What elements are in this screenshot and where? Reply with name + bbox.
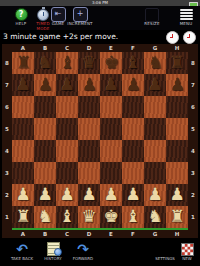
file-label-a: A	[12, 44, 34, 52]
square-a3[interactable]	[12, 162, 34, 184]
square-a8[interactable]: ♜	[12, 52, 34, 74]
square-h5[interactable]	[166, 118, 188, 140]
square-f6[interactable]	[122, 96, 144, 118]
forward-label: FORWARD	[68, 257, 98, 262]
rank-labels-left: 87654321	[2, 52, 12, 228]
file-label-e: E	[100, 44, 122, 52]
square-c7[interactable]: ♟	[56, 74, 78, 96]
file-label-b: B	[34, 44, 56, 52]
menu-label: MENU	[176, 22, 196, 27]
square-h6[interactable]	[166, 96, 188, 118]
file-label-d: D	[78, 230, 100, 238]
help-icon: ?	[15, 8, 28, 21]
square-a4[interactable]	[12, 140, 34, 162]
square-d6[interactable]	[78, 96, 100, 118]
message-row: 3 minute game +2s per move.	[0, 30, 200, 44]
square-c2[interactable]: ♟	[56, 184, 78, 206]
rank-label-1: 1	[188, 206, 198, 228]
square-g3[interactable]	[144, 162, 166, 184]
square-c1[interactable]: ♝	[56, 206, 78, 228]
white-queen-piece: ♛	[78, 206, 100, 228]
black-pawn-piece: ♟	[100, 74, 122, 96]
black-pawn-piece: ♟	[122, 74, 144, 96]
white-pawn-piece: ♟	[144, 184, 166, 206]
black-clock-icon	[183, 31, 196, 44]
white-pawn-piece: ♟	[122, 184, 144, 206]
square-b7[interactable]: ♟	[34, 74, 56, 96]
rank-label-6: 6	[2, 96, 12, 118]
rank-label-4: 4	[188, 140, 198, 162]
file-label-f: F	[122, 44, 144, 52]
square-e5[interactable]	[100, 118, 122, 140]
black-pawn-piece: ♟	[166, 74, 188, 96]
square-c8[interactable]: ♝	[56, 52, 78, 74]
rank-label-3: 3	[188, 162, 198, 184]
game-mode-text: 3 minute game +2s per move.	[3, 32, 118, 41]
square-d3[interactable]	[78, 162, 100, 184]
rank-label-1: 1	[2, 206, 12, 228]
square-f2[interactable]: ♟	[122, 184, 144, 206]
rank-label-5: 5	[2, 118, 12, 140]
forward-button[interactable]: ↷ FORWARD	[68, 242, 98, 262]
settings-label: SETTINGS	[150, 257, 180, 262]
square-d8[interactable]: ♛	[78, 52, 100, 74]
white-knight-piece: ♞	[34, 206, 56, 228]
black-queen-piece: ♛	[78, 52, 100, 74]
black-rook-piece: ♜	[12, 52, 34, 74]
square-e8[interactable]: ♚	[100, 52, 122, 74]
rank-label-6: 6	[188, 96, 198, 118]
take-back-button[interactable]: ↶ TAKE BACK	[6, 242, 38, 262]
black-bishop-piece: ♝	[56, 52, 78, 74]
file-labels-bottom: ABCDEFGH	[2, 230, 198, 238]
square-g7[interactable]: ♟	[144, 74, 166, 96]
white-rook-piece: ♜	[166, 206, 188, 228]
help-label: HELP	[10, 22, 32, 27]
increment-icon: +	[73, 7, 88, 22]
square-b3[interactable]	[34, 162, 56, 184]
square-h4[interactable]	[166, 140, 188, 162]
file-label-c: C	[56, 44, 78, 52]
file-label-e: E	[100, 230, 122, 238]
white-pawn-piece: ♟	[12, 184, 34, 206]
rank-label-7: 7	[2, 74, 12, 96]
history-icon	[47, 242, 60, 256]
white-pawn-piece: ♟	[100, 184, 122, 206]
square-a1[interactable]: ♜	[12, 206, 34, 228]
new-label: NEW	[178, 257, 196, 262]
square-h8[interactable]: ♜	[166, 52, 188, 74]
status-time: 3:06 PM	[92, 0, 108, 5]
white-bishop-piece: ♝	[56, 206, 78, 228]
square-g5[interactable]	[144, 118, 166, 140]
board-grid: ♜♞♝♛♚♝♞♜♟♟♟♟♟♟♟♟♟♟♟♟♟♟♟♟♜♞♝♛♚♝♞♜	[12, 52, 188, 228]
menu-icon	[180, 9, 193, 20]
square-a5[interactable]	[12, 118, 34, 140]
square-h1[interactable]: ♜	[166, 206, 188, 228]
history-button[interactable]: HISTORY	[40, 242, 66, 262]
new-game-button[interactable]: NEW	[178, 242, 196, 262]
square-f7[interactable]: ♟	[122, 74, 144, 96]
file-label-a: A	[12, 230, 34, 238]
file-label-h: H	[166, 230, 188, 238]
square-f4[interactable]	[122, 140, 144, 162]
square-b8[interactable]: ♞	[34, 52, 56, 74]
square-c6[interactable]	[56, 96, 78, 118]
rank-label-2: 2	[2, 184, 12, 206]
square-g1[interactable]: ♞	[144, 206, 166, 228]
file-label-f: F	[122, 230, 144, 238]
square-g6[interactable]	[144, 96, 166, 118]
history-label: HISTORY	[40, 257, 66, 262]
square-d5[interactable]	[78, 118, 100, 140]
square-b6[interactable]	[34, 96, 56, 118]
rank-label-5: 5	[188, 118, 198, 140]
file-labels-top: ABCDEFGH	[2, 44, 198, 52]
white-pawn-piece: ♟	[78, 184, 100, 206]
square-h3[interactable]	[166, 162, 188, 184]
white-king-piece: ♚	[100, 206, 122, 228]
rank-label-7: 7	[188, 74, 198, 96]
square-b2[interactable]: ♟	[34, 184, 56, 206]
square-a6[interactable]	[12, 96, 34, 118]
rank-label-8: 8	[188, 52, 198, 74]
rank-label-4: 4	[2, 140, 12, 162]
square-h2[interactable]: ♟	[166, 184, 188, 206]
player-clocks[interactable]	[166, 31, 196, 44]
rank-label-3: 3	[2, 162, 12, 184]
rank-label-8: 8	[2, 52, 12, 74]
white-bishop-piece: ♝	[122, 206, 144, 228]
square-d4[interactable]	[78, 140, 100, 162]
chess-board: ABCDEFGH 87654321 ♜♞♝♛♚♝♞♜♟♟♟♟♟♟♟♟♟♟♟♟♟♟…	[2, 44, 198, 238]
file-label-c: C	[56, 230, 78, 238]
file-label-h: H	[166, 44, 188, 52]
square-b4[interactable]	[34, 140, 56, 162]
black-knight-piece: ♞	[144, 52, 166, 74]
file-label-b: B	[34, 230, 56, 238]
resize-icon	[145, 8, 159, 22]
square-g8[interactable]: ♞	[144, 52, 166, 74]
black-pawn-piece: ♟	[34, 74, 56, 96]
square-d1[interactable]: ♛	[78, 206, 100, 228]
black-pawn-piece: ♟	[78, 74, 100, 96]
black-king-piece: ♚	[100, 52, 122, 74]
white-knight-piece: ♞	[144, 206, 166, 228]
help-button[interactable]: ? HELP	[10, 8, 32, 27]
increment-label: INCREMENT	[66, 22, 94, 27]
white-pawn-piece: ♟	[56, 184, 78, 206]
square-h7[interactable]: ♟	[166, 74, 188, 96]
resize-label: RESIZE	[138, 22, 166, 27]
file-label-d: D	[78, 44, 100, 52]
square-e2[interactable]: ♟	[100, 184, 122, 206]
top-toolbar: ? HELP TIMED MODE ⇤ GAME + INCREMENT RES…	[0, 6, 200, 30]
rank-labels-right: 87654321	[188, 52, 198, 228]
white-pawn-piece: ♟	[166, 184, 188, 206]
redo-arrow-icon: ↷	[77, 243, 89, 256]
resize-button[interactable]: RESIZE	[138, 8, 166, 27]
rank-label-2: 2	[188, 184, 198, 206]
bottom-toolbar: ↶ TAKE BACK HISTORY ↷ FORWARD SETTINGS N…	[0, 240, 200, 266]
square-e4[interactable]	[100, 140, 122, 162]
square-f1[interactable]: ♝	[122, 206, 144, 228]
increment-button[interactable]: + INCREMENT	[66, 8, 94, 27]
square-a7[interactable]: ♟	[12, 74, 34, 96]
new-game-board-icon	[181, 243, 194, 256]
black-pawn-piece: ♟	[144, 74, 166, 96]
settings-gears-icon	[157, 243, 173, 256]
white-clock-icon	[166, 31, 179, 44]
square-c3[interactable]	[56, 162, 78, 184]
square-g2[interactable]: ♟	[144, 184, 166, 206]
square-a2[interactable]: ♟	[12, 184, 34, 206]
undo-arrow-icon: ↶	[16, 243, 28, 256]
black-rook-piece: ♜	[166, 52, 188, 74]
square-d2[interactable]: ♟	[78, 184, 100, 206]
black-pawn-piece: ♟	[12, 74, 34, 96]
square-e3[interactable]	[100, 162, 122, 184]
app-screen: 3:06 PM ? HELP TIMED MODE ⇤ GAME + INCRE…	[0, 0, 200, 266]
white-rook-piece: ♜	[12, 206, 34, 228]
black-bishop-piece: ♝	[122, 52, 144, 74]
square-e6[interactable]	[100, 96, 122, 118]
square-f8[interactable]: ♝	[122, 52, 144, 74]
black-pawn-piece: ♟	[56, 74, 78, 96]
square-e1[interactable]: ♚	[100, 206, 122, 228]
black-knight-piece: ♞	[34, 52, 56, 74]
history-clock-icon	[54, 248, 62, 256]
square-c5[interactable]	[56, 118, 78, 140]
square-b1[interactable]: ♞	[34, 206, 56, 228]
square-c4[interactable]	[56, 140, 78, 162]
square-f5[interactable]	[122, 118, 144, 140]
file-label-g: G	[144, 230, 166, 238]
menu-button[interactable]: MENU	[176, 8, 196, 27]
square-f3[interactable]	[122, 162, 144, 184]
white-pawn-piece: ♟	[34, 184, 56, 206]
settings-button[interactable]: SETTINGS	[150, 242, 180, 262]
game-icon: ⇤	[51, 7, 66, 22]
square-e7[interactable]: ♟	[100, 74, 122, 96]
take-back-label: TAKE BACK	[6, 257, 38, 262]
file-label-g: G	[144, 44, 166, 52]
square-g4[interactable]	[144, 140, 166, 162]
square-b5[interactable]	[34, 118, 56, 140]
square-d7[interactable]: ♟	[78, 74, 100, 96]
